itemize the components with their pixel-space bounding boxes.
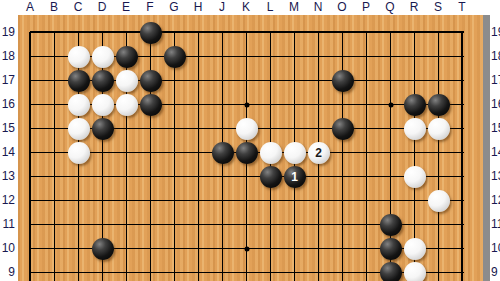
column-label: C <box>74 0 83 14</box>
row-label: 9 <box>491 265 500 279</box>
black-stone[interactable] <box>92 238 114 260</box>
column-label: O <box>337 0 346 14</box>
black-stone[interactable] <box>212 142 234 164</box>
column-label: Q <box>385 0 394 14</box>
row-label: 13 <box>0 169 15 183</box>
grid-line-vertical <box>198 32 199 281</box>
column-label: G <box>169 0 178 14</box>
column-label: D <box>98 0 107 14</box>
white-stone[interactable] <box>116 94 138 116</box>
grid-line-vertical <box>438 32 439 281</box>
white-stone[interactable] <box>260 142 282 164</box>
column-label: P <box>362 0 370 14</box>
black-stone[interactable] <box>332 118 354 140</box>
row-label: 16 <box>491 97 500 111</box>
column-label: M <box>289 0 299 14</box>
row-label: 10 <box>491 241 500 255</box>
row-label: 10 <box>0 241 15 255</box>
row-label: 15 <box>0 121 15 135</box>
row-label: 17 <box>0 73 15 87</box>
column-label: R <box>410 0 419 14</box>
row-label: 15 <box>491 121 500 135</box>
row-label: 14 <box>491 145 500 159</box>
black-stone[interactable] <box>140 70 162 92</box>
column-label: T <box>458 0 465 14</box>
black-stone[interactable] <box>380 214 402 236</box>
grid-line-vertical <box>54 32 55 281</box>
grid-line-horizontal <box>30 176 464 177</box>
grid-line-horizontal <box>30 31 464 33</box>
black-stone[interactable] <box>332 70 354 92</box>
column-label: S <box>434 0 442 14</box>
black-stone[interactable] <box>92 70 114 92</box>
row-label: 13 <box>491 169 500 183</box>
white-stone[interactable] <box>236 118 258 140</box>
board-edge-shadow <box>483 15 490 281</box>
white-stone[interactable] <box>284 142 306 164</box>
column-label: A <box>26 0 34 14</box>
go-board[interactable]: 12 <box>18 15 483 281</box>
black-stone[interactable] <box>236 142 258 164</box>
row-label: 17 <box>491 73 500 87</box>
row-label: 12 <box>491 193 500 207</box>
black-stone[interactable] <box>140 94 162 116</box>
black-stone[interactable] <box>380 238 402 260</box>
black-stone[interactable] <box>140 22 162 44</box>
column-label: N <box>314 0 323 14</box>
black-stone[interactable] <box>404 94 426 116</box>
white-stone[interactable] <box>116 70 138 92</box>
grid-line-vertical <box>461 32 463 281</box>
black-stone[interactable] <box>116 46 138 68</box>
black-stone[interactable] <box>428 94 450 116</box>
black-stone[interactable] <box>380 262 402 281</box>
row-label: 11 <box>491 217 500 231</box>
go-application-window: ABCDEFGHJKLMNOPQRST 19181716151413121110… <box>0 0 500 281</box>
white-stone[interactable] <box>428 190 450 212</box>
grid-line-vertical <box>366 32 367 281</box>
black-stone[interactable] <box>92 118 114 140</box>
white-stone[interactable] <box>404 166 426 188</box>
star-point <box>244 246 249 251</box>
white-stone[interactable]: 2 <box>308 142 330 164</box>
row-label: 9 <box>0 265 15 279</box>
white-stone[interactable] <box>92 94 114 116</box>
grid-line-vertical <box>174 32 175 281</box>
row-label: 18 <box>491 49 500 63</box>
row-label: 18 <box>0 49 15 63</box>
move-number-label: 1 <box>291 171 298 183</box>
white-stone[interactable] <box>404 118 426 140</box>
column-label: B <box>50 0 58 14</box>
row-label: 19 <box>491 25 500 39</box>
column-label: J <box>219 0 225 14</box>
white-stone[interactable] <box>404 238 426 260</box>
white-stone[interactable] <box>68 142 90 164</box>
black-stone[interactable] <box>164 46 186 68</box>
black-stone[interactable] <box>260 166 282 188</box>
white-stone[interactable] <box>68 118 90 140</box>
white-stone[interactable] <box>92 46 114 68</box>
black-stone[interactable] <box>68 70 90 92</box>
white-stone[interactable] <box>404 262 426 281</box>
column-label: L <box>267 0 274 14</box>
row-label: 19 <box>0 25 15 39</box>
column-label: F <box>146 0 153 14</box>
grid-line-horizontal <box>30 200 464 201</box>
row-label: 14 <box>0 145 15 159</box>
row-label: 11 <box>0 217 15 231</box>
move-number-label: 2 <box>315 147 322 159</box>
star-point <box>388 102 393 107</box>
row-label: 16 <box>0 97 15 111</box>
column-label: K <box>242 0 250 14</box>
white-stone[interactable] <box>68 46 90 68</box>
star-point <box>244 102 249 107</box>
white-stone[interactable] <box>428 118 450 140</box>
row-label: 12 <box>0 193 15 207</box>
column-label: H <box>194 0 203 14</box>
column-label: E <box>122 0 130 14</box>
white-stone[interactable] <box>68 94 90 116</box>
grid-line-vertical <box>29 32 31 281</box>
black-stone[interactable]: 1 <box>284 166 306 188</box>
